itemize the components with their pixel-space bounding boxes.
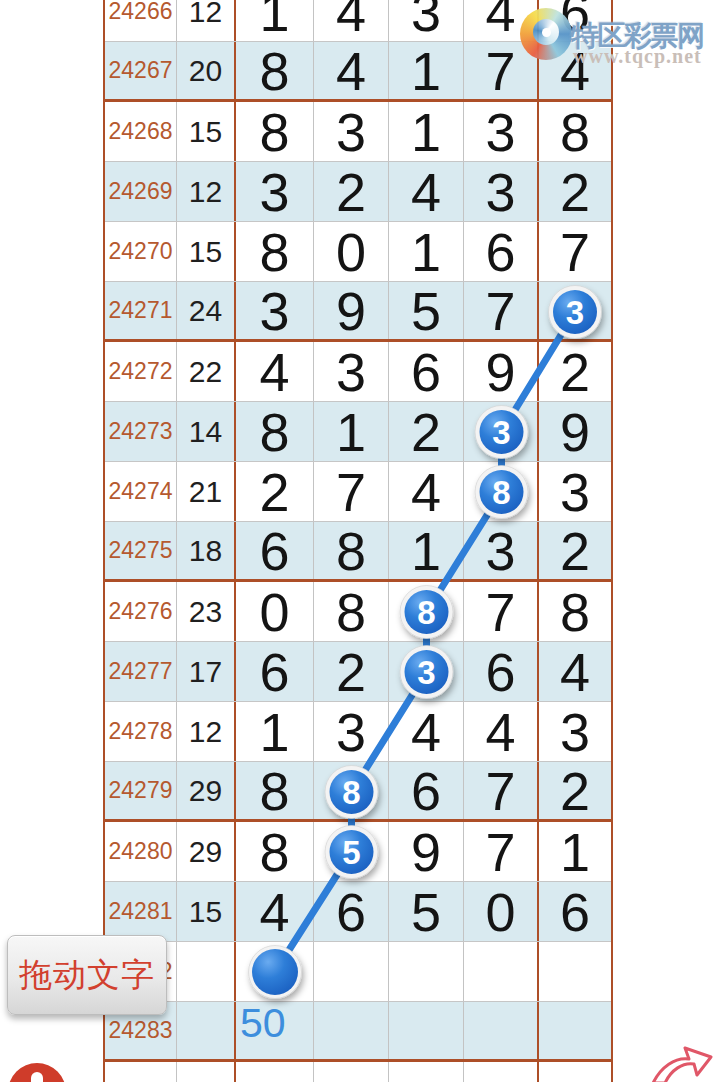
digit-cell: 8 [236,762,314,819]
period-cell: 24280 [105,822,177,881]
digit-cell: 3 [464,522,539,579]
digit-cell: 8 [236,222,314,281]
period-cell: 24269 [105,162,177,221]
digit-cell: 4 [314,42,389,99]
table-row: 24276230878 [105,582,611,642]
digit-cell: 1 [389,222,464,281]
digit-cell: 2 [236,462,314,521]
digit-cell: 8 [236,822,314,881]
drag-text-button[interactable]: 拖动文字 [7,935,167,1015]
digit-cell: 4 [539,642,611,701]
table-row: 24271243957 [105,282,611,342]
digit-cell: 1 [539,822,611,881]
digit-cell: 7 [539,222,611,281]
table-row: 242672084174 [105,42,611,102]
digit-cell: 7 [464,822,539,881]
digit-cell: 4 [389,462,464,521]
period-cell: 24279 [105,762,177,819]
table-row: 242691232432 [105,162,611,222]
digit-cell: 9 [464,342,539,401]
digit-cell [539,282,611,339]
digit-cell: 2 [539,762,611,819]
digit-cell: 7 [464,42,539,99]
digit-cell: 8 [236,402,314,461]
sum-cell: 12 [177,0,236,41]
table-row [105,1062,611,1082]
sum-cell: 18 [177,522,236,579]
digit-cell [314,942,389,1001]
digit-cell [314,762,389,819]
table-row: 242722243692 [105,342,611,402]
digit-cell: 4 [236,342,314,401]
digit-cell: 0 [314,222,389,281]
digit-cell: 2 [389,402,464,461]
table-row: 2428350 [105,1002,611,1062]
digit-cell: 2 [539,342,611,401]
period-cell: 24268 [105,102,177,161]
sum-cell: 29 [177,762,236,819]
digit-cell: 6 [314,882,389,941]
digit-cell: 8 [236,102,314,161]
digit-cell: 1 [389,42,464,99]
digit-cell: 50 [236,1002,314,1059]
digit-cell [464,1002,539,1059]
download-fab-button[interactable] [8,1063,66,1082]
sum-cell [177,942,236,1001]
table-row: 242751868132 [105,522,611,582]
digit-cell: 2 [539,162,611,221]
digit-cell: 6 [539,0,611,41]
digit-cell: 6 [236,522,314,579]
table-row: 242661214346 [105,0,611,42]
digit-cell: 2 [539,522,611,579]
digit-cell: 7 [464,582,539,641]
digit-cell: 6 [464,642,539,701]
digit-cell: 6 [236,642,314,701]
digit-cell: 3 [464,102,539,161]
digit-cell: 9 [389,822,464,881]
digit-cell [314,822,389,881]
table-row: 24279298672 [105,762,611,822]
digit-cell: 4 [236,882,314,941]
digit-cell [464,402,539,461]
period-cell: 24266 [105,0,177,41]
digit-cell: 1 [389,102,464,161]
sum-cell [177,1002,236,1059]
sum-cell: 17 [177,642,236,701]
drag-text-label: 拖动文字 [19,953,155,998]
period-cell: 24270 [105,222,177,281]
sum-cell: 12 [177,162,236,221]
digit-cell: 6 [464,222,539,281]
digit-cell: 7 [464,282,539,339]
digit-cell: 8 [539,102,611,161]
period-cell: 24277 [105,642,177,701]
digit-cell: 7 [314,462,389,521]
table-row: 242781213443 [105,702,611,762]
table-row: 242811546506 [105,882,611,942]
period-cell: 24275 [105,522,177,579]
table-row: 24277176264 [105,642,611,702]
digit-cell: 5 [389,882,464,941]
digit-cell: 1 [314,402,389,461]
sum-cell: 15 [177,102,236,161]
digit-cell: 3 [314,342,389,401]
share-arrow-icon[interactable] [645,1037,720,1082]
digit-cell [389,582,464,641]
digit-cell: 3 [314,702,389,761]
digit-cell: 3 [464,162,539,221]
digit-cell: 3 [539,462,611,521]
digit-cell: 6 [389,342,464,401]
table-row: 24280298971 [105,822,611,882]
table-row: 24273148129 [105,402,611,462]
download-arrow-icon [31,1072,43,1082]
table-row: 24282 [105,942,611,1002]
digit-cell: 3 [389,0,464,41]
digit-cell: 4 [464,702,539,761]
trend-table: 2426612143462426720841742426815831382426… [103,0,613,1082]
period-cell: 24278 [105,702,177,761]
period-cell: 24281 [105,882,177,941]
digit-cell: 4 [314,0,389,41]
sum-cell: 12 [177,702,236,761]
period-cell: 24267 [105,42,177,99]
digit-cell: 3 [314,102,389,161]
digit-cell: 8 [314,522,389,579]
period-cell: 24272 [105,342,177,401]
digit-cell: 0 [236,582,314,641]
digit-cell: 3 [236,162,314,221]
sum-cell: 15 [177,222,236,281]
digit-cell: 1 [389,522,464,579]
digit-cell [539,942,611,1001]
period-cell: 24271 [105,282,177,339]
table-row: 242701580167 [105,222,611,282]
digit-cell: 8 [236,42,314,99]
digit-cell: 7 [464,762,539,819]
sum-cell: 22 [177,342,236,401]
digit-cell: 9 [539,402,611,461]
digit-cell [314,1002,389,1059]
digit-cell: 3 [236,282,314,339]
digit-cell: 5 [389,282,464,339]
digit-cell: 1 [236,0,314,41]
sum-cell: 20 [177,42,236,99]
digit-cell: 8 [314,582,389,641]
lottery-trend-screen: 2426612143462426720841742426815831382426… [0,0,720,1082]
period-cell: 24276 [105,582,177,641]
sum-cell: 14 [177,402,236,461]
digit-cell: 4 [464,0,539,41]
digit-cell [539,1002,611,1059]
digit-cell [464,942,539,1001]
table-row: 242681583138 [105,102,611,162]
digit-cell [236,942,314,1001]
digit-cell [389,942,464,1001]
digit-cell: 4 [539,42,611,99]
sum-cell: 24 [177,282,236,339]
table-row: 24274212743 [105,462,611,522]
digit-cell [389,1002,464,1059]
sum-cell: 29 [177,822,236,881]
digit-cell: 0 [464,882,539,941]
sum-cell: 21 [177,462,236,521]
digit-cell: 2 [314,162,389,221]
digit-cell [464,462,539,521]
digit-cell [389,642,464,701]
digit-cell: 6 [539,882,611,941]
digit-cell: 3 [539,702,611,761]
digit-cell: 9 [314,282,389,339]
digit-cell: 4 [389,162,464,221]
digit-cell: 6 [389,762,464,819]
sum-cell: 23 [177,582,236,641]
period-cell: 24274 [105,462,177,521]
digit-cell: 2 [314,642,389,701]
sum-cell: 15 [177,882,236,941]
period-cell: 24273 [105,402,177,461]
digit-cell: 4 [389,702,464,761]
digit-cell: 1 [236,702,314,761]
digit-cell: 8 [539,582,611,641]
